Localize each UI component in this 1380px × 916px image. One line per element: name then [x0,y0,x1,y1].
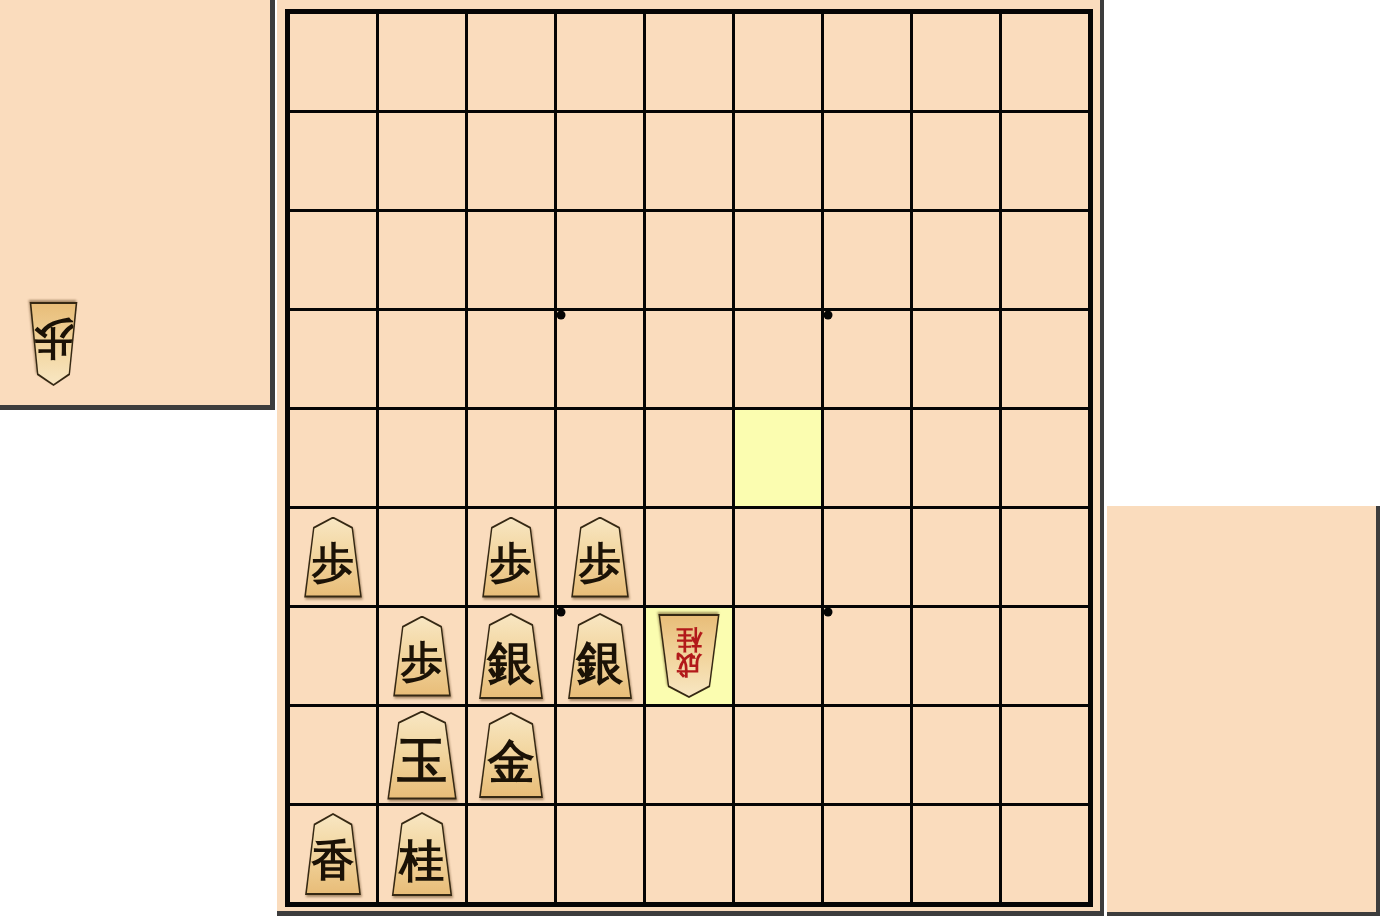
shogi-piece-sente-lance[interactable]: 香 [302,813,364,895]
board-square-r1-c7[interactable] [824,14,910,110]
board-square-r8-c2[interactable]: 玉 [379,707,465,803]
piece-kanji: 銀 [488,627,535,686]
board-square-r3-c9[interactable] [1002,212,1088,308]
board-square-r6-c2[interactable] [379,509,465,605]
board-square-r7-c6[interactable] [735,608,821,704]
board-square-r2-c8[interactable] [913,113,999,209]
piece-face: 成桂 [657,616,721,696]
board-square-r7-c9[interactable] [1002,608,1088,704]
board-square-r8-c8[interactable] [913,707,999,803]
piece-face: 香 [304,815,362,893]
board-square-r4-c6[interactable] [735,311,821,407]
shogi-piece-sente-silver[interactable]: 銀 [565,613,636,699]
board-square-r8-c7[interactable] [824,707,910,803]
piece-face: 銀 [567,615,634,697]
board-square-r9-c4[interactable] [557,806,643,902]
board-square-r6-c7[interactable] [824,509,910,605]
piece-face: 桂 [391,814,454,894]
piece-face: 歩 [392,618,452,695]
piece-face: 歩 [570,519,630,596]
board-square-r7-c8[interactable] [913,608,999,704]
board-square-r9-c7[interactable] [824,806,910,902]
board-square-r4-c2[interactable] [379,311,465,407]
piece-face: 歩 [303,519,363,596]
piece-face: 銀 [478,615,545,697]
board-square-r3-c2[interactable] [379,212,465,308]
board-square-r5-c5[interactable] [646,410,732,506]
board-square-r9-c1[interactable]: 香 [290,806,376,902]
board-square-r9-c3[interactable] [468,806,554,902]
board-square-r9-c5[interactable] [646,806,732,902]
shogi-piece-sente-pawn[interactable]: 歩 [390,616,454,697]
board-square-r2-c7[interactable] [824,113,910,209]
shogi-board: 歩歩歩歩銀銀成桂玉金香桂 [277,0,1104,916]
sente-hand-tray [1107,506,1380,916]
board-square-r9-c9[interactable] [1002,806,1088,902]
board-square-r7-c2[interactable]: 歩 [379,608,465,704]
board-grid: 歩歩歩歩銀銀成桂玉金香桂 [285,9,1093,907]
piece-kanji: 玉 [397,724,447,786]
board-square-r5-c7[interactable] [824,410,910,506]
gote-hand-piece-slot: 歩 [27,302,80,386]
board-square-r5-c1[interactable] [290,410,376,506]
board-square-r6-c9[interactable] [1002,509,1088,605]
board-square-r8-c1[interactable] [290,707,376,803]
piece-kanji: 歩 [33,318,75,370]
piece-kanji: 金 [488,726,535,785]
board-square-r2-c2[interactable] [379,113,465,209]
shogi-piece-gote-pawn[interactable]: 歩 [27,302,80,386]
piece-kanji: 香 [312,827,355,882]
piece-face: 歩 [29,304,78,384]
board-square-r1-c9[interactable] [1002,14,1088,110]
board-square-r2-c1[interactable] [290,113,376,209]
board-square-r4-c7[interactable] [824,311,910,407]
board-square-r3-c8[interactable] [913,212,999,308]
board-square-r8-c9[interactable] [1002,707,1088,803]
shogi-piece-sente-pawn[interactable]: 歩 [479,517,543,598]
board-square-r9-c2[interactable]: 桂 [379,806,465,902]
shogi-app: 歩 歩歩歩歩銀銀成桂玉金香桂 [0,0,1380,916]
board-square-r4-c3[interactable] [468,311,554,407]
board-square-r3-c5[interactable] [646,212,732,308]
gote-hand-tray: 歩 [0,0,275,410]
board-square-r1-c4[interactable] [557,14,643,110]
shogi-piece-sente-king[interactable]: 玉 [384,711,461,800]
board-square-r2-c6[interactable] [735,113,821,209]
board-square-r3-c6[interactable] [735,212,821,308]
board-square-r7-c1[interactable] [290,608,376,704]
board-square-r7-c5[interactable]: 成桂 [646,608,732,704]
board-square-r6-c3[interactable]: 歩 [468,509,554,605]
board-square-r3-c4[interactable] [557,212,643,308]
board-square-r3-c3[interactable] [468,212,554,308]
board-square-r9-c6[interactable] [735,806,821,902]
piece-kanji: 歩 [579,530,621,584]
board-square-r9-c8[interactable] [913,806,999,902]
board-square-r8-c6[interactable] [735,707,821,803]
board-square-r7-c3[interactable]: 銀 [468,608,554,704]
piece-kanji: 銀 [577,627,624,686]
board-square-r1-c2[interactable] [379,14,465,110]
board-square-r2-c3[interactable] [468,113,554,209]
board-square-r2-c4[interactable] [557,113,643,209]
board-square-r4-c1[interactable] [290,311,376,407]
board-square-r5-c8[interactable] [913,410,999,506]
shogi-piece-sente-pawn[interactable]: 歩 [568,517,632,598]
board-square-r1-c3[interactable] [468,14,554,110]
board-square-r4-c5[interactable] [646,311,732,407]
board-square-r3-c1[interactable] [290,212,376,308]
board-square-r2-c9[interactable] [1002,113,1088,209]
board-square-r7-c7[interactable] [824,608,910,704]
board-square-r4-c9[interactable] [1002,311,1088,407]
board-square-r5-c2[interactable] [379,410,465,506]
board-square-r7-c4[interactable]: 銀 [557,608,643,704]
board-square-r5-c6[interactable] [735,410,821,506]
board-square-r4-c4[interactable] [557,311,643,407]
board-square-r1-c5[interactable] [646,14,732,110]
piece-face: 玉 [386,713,459,798]
piece-kanji: 歩 [401,629,443,683]
board-square-r6-c4[interactable]: 歩 [557,509,643,605]
board-square-r1-c8[interactable] [913,14,999,110]
piece-kanji: 成桂 [676,626,702,685]
board-square-r8-c5[interactable] [646,707,732,803]
shogi-piece-sente-knight[interactable]: 桂 [389,812,456,896]
board-square-r5-c3[interactable] [468,410,554,506]
piece-face: 金 [478,714,545,796]
board-square-r5-c9[interactable] [1002,410,1088,506]
board-square-r6-c1[interactable]: 歩 [290,509,376,605]
board-square-r4-c8[interactable] [913,311,999,407]
board-square-r5-c4[interactable] [557,410,643,506]
board-square-r2-c5[interactable] [646,113,732,209]
shogi-piece-sente-silver[interactable]: 銀 [476,613,547,699]
board-square-r1-c6[interactable] [735,14,821,110]
shogi-piece-sente-pawn[interactable]: 歩 [301,517,365,598]
board-square-r6-c8[interactable] [913,509,999,605]
board-square-r6-c5[interactable] [646,509,732,605]
piece-kanji: 歩 [490,530,532,584]
board-square-r8-c3[interactable]: 金 [468,707,554,803]
board-square-r8-c4[interactable] [557,707,643,803]
piece-kanji: 歩 [312,530,354,584]
board-square-r6-c6[interactable] [735,509,821,605]
piece-face: 歩 [481,519,541,596]
board-square-r1-c1[interactable] [290,14,376,110]
shogi-piece-gote-promoted-knight[interactable]: 成桂 [655,614,723,698]
piece-kanji: 桂 [400,826,445,883]
shogi-piece-sente-gold[interactable]: 金 [476,712,547,798]
board-square-r3-c7[interactable] [824,212,910,308]
